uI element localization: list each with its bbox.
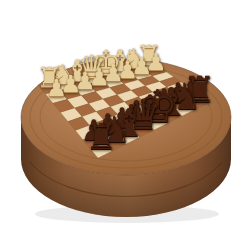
chess-set-photo: ♜♞♝♛♚♝♞♜♟♟♟♟♟♟♟♟♟♟♟♟♟♟♟♟♜♞♝♛♚♝♞♜ [0, 0, 250, 250]
round-chess-board [0, 0, 250, 250]
